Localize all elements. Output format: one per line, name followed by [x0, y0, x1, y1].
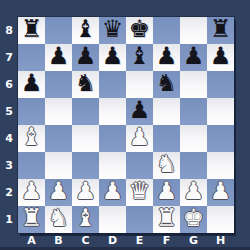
square-g4[interactable] — [180, 125, 207, 152]
piece-black-pawn[interactable]: ♟ — [156, 43, 178, 70]
piece-white-pawn[interactable]: ♟ — [129, 124, 151, 151]
square-f1[interactable]: ♜ — [153, 206, 180, 233]
piece-black-king[interactable]: ♚ — [129, 16, 151, 43]
square-c1[interactable]: ♝ — [72, 206, 99, 233]
square-d4[interactable] — [99, 125, 126, 152]
piece-white-pawn[interactable]: ♟ — [75, 178, 97, 205]
piece-black-pawn[interactable]: ♟ — [129, 97, 151, 124]
piece-white-pawn[interactable]: ♟ — [102, 178, 124, 205]
piece-black-pawn[interactable]: ♟ — [21, 70, 43, 97]
square-f5[interactable] — [153, 98, 180, 125]
square-b3[interactable] — [45, 152, 72, 179]
square-b2[interactable]: ♟ — [45, 179, 72, 206]
square-a3[interactable] — [18, 152, 45, 179]
square-h2[interactable]: ♟ — [207, 179, 234, 206]
rank-label-7: 7 — [0, 44, 18, 71]
square-b4[interactable] — [45, 125, 72, 152]
square-f7[interactable]: ♟ — [153, 44, 180, 71]
file-label-a: A — [18, 232, 45, 249]
piece-white-knight[interactable]: ♞ — [48, 205, 70, 232]
piece-black-pawn[interactable]: ♟ — [210, 43, 232, 70]
square-g6[interactable] — [180, 71, 207, 98]
rank-labels: 87654321 — [0, 17, 18, 233]
square-h8[interactable]: ♜ — [207, 17, 234, 44]
square-g8[interactable] — [180, 17, 207, 44]
square-a4[interactable]: ♝ — [18, 125, 45, 152]
square-h1[interactable] — [207, 206, 234, 233]
square-h5[interactable] — [207, 98, 234, 125]
square-b7[interactable]: ♟ — [45, 44, 72, 71]
piece-white-pawn[interactable]: ♟ — [183, 178, 205, 205]
piece-black-pawn[interactable]: ♟ — [102, 43, 124, 70]
square-d6[interactable] — [99, 71, 126, 98]
file-labels: ABCDEFGH — [18, 232, 234, 249]
piece-white-bishop[interactable]: ♝ — [75, 205, 97, 232]
file-label-e: E — [126, 232, 153, 249]
rank-label-8: 8 — [0, 17, 18, 44]
piece-black-pawn[interactable]: ♟ — [48, 43, 70, 70]
square-e1[interactable] — [126, 206, 153, 233]
rank-label-1: 1 — [0, 206, 18, 233]
piece-black-rook[interactable]: ♜ — [210, 16, 232, 43]
piece-white-queen[interactable]: ♛ — [129, 178, 151, 205]
file-label-b: B — [45, 232, 72, 249]
square-d2[interactable]: ♟ — [99, 179, 126, 206]
piece-black-bishop[interactable]: ♝ — [75, 16, 97, 43]
square-h3[interactable] — [207, 152, 234, 179]
chess-board: ♜♝♛♚♜♟♟♟♝♟♟♟♟♞♞♟♝♟♞♟♟♟♟♛♟♟♟♜♞♝♜♚ — [18, 17, 234, 233]
square-c7[interactable]: ♟ — [72, 44, 99, 71]
piece-black-knight[interactable]: ♞ — [75, 70, 97, 97]
piece-white-pawn[interactable]: ♟ — [48, 178, 70, 205]
rank-label-5: 5 — [0, 98, 18, 125]
piece-black-knight[interactable]: ♞ — [156, 70, 178, 97]
square-c6[interactable]: ♞ — [72, 71, 99, 98]
piece-white-bishop[interactable]: ♝ — [21, 124, 43, 151]
square-c5[interactable] — [72, 98, 99, 125]
square-e7[interactable]: ♝ — [126, 44, 153, 71]
square-a1[interactable]: ♜ — [18, 206, 45, 233]
square-g5[interactable] — [180, 98, 207, 125]
file-label-f: F — [153, 232, 180, 249]
square-g1[interactable]: ♚ — [180, 206, 207, 233]
square-g2[interactable]: ♟ — [180, 179, 207, 206]
file-label-h: H — [207, 232, 234, 249]
piece-black-bishop[interactable]: ♝ — [129, 43, 151, 70]
square-b1[interactable]: ♞ — [45, 206, 72, 233]
square-e2[interactable]: ♛ — [126, 179, 153, 206]
square-a8[interactable]: ♜ — [18, 17, 45, 44]
rank-label-2: 2 — [0, 179, 18, 206]
piece-white-king[interactable]: ♚ — [183, 205, 205, 232]
piece-black-rook[interactable]: ♜ — [21, 16, 43, 43]
square-b6[interactable] — [45, 71, 72, 98]
piece-black-pawn[interactable]: ♟ — [183, 43, 205, 70]
square-d7[interactable]: ♟ — [99, 44, 126, 71]
square-b5[interactable] — [45, 98, 72, 125]
chess-diagram: 87654321 ♜♝♛♚♜♟♟♟♝♟♟♟♟♞♞♟♝♟♞♟♟♟♟♛♟♟♟♜♞♝♜… — [0, 0, 250, 250]
square-d8[interactable]: ♛ — [99, 17, 126, 44]
square-g3[interactable] — [180, 152, 207, 179]
square-h7[interactable]: ♟ — [207, 44, 234, 71]
piece-white-knight[interactable]: ♞ — [156, 151, 178, 178]
square-a6[interactable]: ♟ — [18, 71, 45, 98]
square-b8[interactable] — [45, 17, 72, 44]
square-f6[interactable]: ♞ — [153, 71, 180, 98]
piece-white-pawn[interactable]: ♟ — [156, 178, 178, 205]
square-f3[interactable]: ♞ — [153, 152, 180, 179]
rank-label-3: 3 — [0, 152, 18, 179]
square-h6[interactable] — [207, 71, 234, 98]
piece-white-rook[interactable]: ♜ — [21, 205, 43, 232]
square-g7[interactable]: ♟ — [180, 44, 207, 71]
square-c2[interactable]: ♟ — [72, 179, 99, 206]
file-label-c: C — [72, 232, 99, 249]
rank-label-6: 6 — [0, 71, 18, 98]
square-e5[interactable]: ♟ — [126, 98, 153, 125]
square-f4[interactable] — [153, 125, 180, 152]
square-h4[interactable] — [207, 125, 234, 152]
piece-black-queen[interactable]: ♛ — [102, 16, 124, 43]
square-a7[interactable] — [18, 44, 45, 71]
file-label-g: G — [180, 232, 207, 249]
piece-white-pawn[interactable]: ♟ — [210, 178, 232, 205]
rank-label-4: 4 — [0, 125, 18, 152]
piece-black-pawn[interactable]: ♟ — [75, 43, 97, 70]
piece-white-pawn[interactable]: ♟ — [21, 178, 43, 205]
square-e4[interactable]: ♟ — [126, 125, 153, 152]
square-a5[interactable] — [18, 98, 45, 125]
square-e3[interactable] — [126, 152, 153, 179]
square-c3[interactable] — [72, 152, 99, 179]
square-e6[interactable] — [126, 71, 153, 98]
square-f8[interactable] — [153, 17, 180, 44]
square-c4[interactable] — [72, 125, 99, 152]
file-label-d: D — [99, 232, 126, 249]
square-d1[interactable] — [99, 206, 126, 233]
square-d3[interactable] — [99, 152, 126, 179]
square-f2[interactable]: ♟ — [153, 179, 180, 206]
square-e8[interactable]: ♚ — [126, 17, 153, 44]
square-c8[interactable]: ♝ — [72, 17, 99, 44]
square-d5[interactable] — [99, 98, 126, 125]
square-a2[interactable]: ♟ — [18, 179, 45, 206]
piece-white-rook[interactable]: ♜ — [156, 205, 178, 232]
